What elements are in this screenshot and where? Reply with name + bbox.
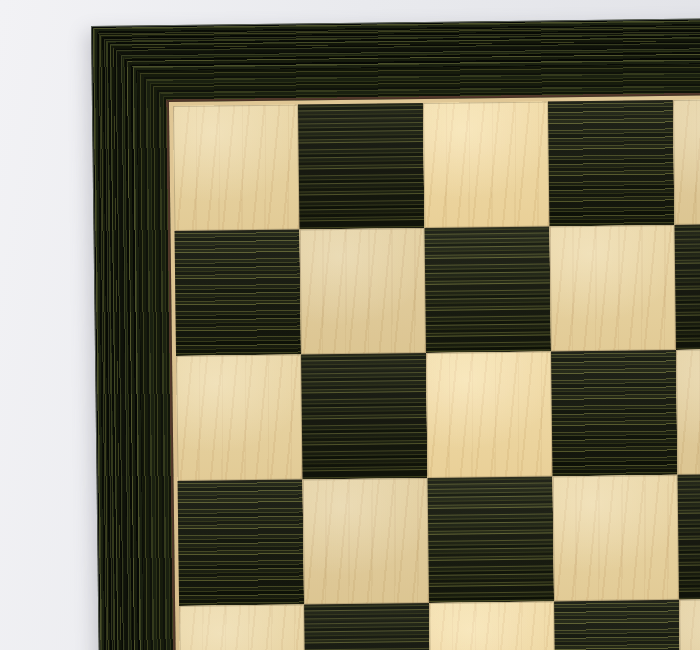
square-a5 (178, 479, 305, 606)
square-d4 (554, 600, 681, 650)
square-c5 (428, 476, 555, 603)
board-fillet (169, 90, 700, 650)
square-b4 (304, 603, 431, 650)
square-e6 (676, 348, 700, 475)
square-c6 (426, 351, 553, 478)
square-b5 (303, 478, 430, 605)
square-d6 (551, 350, 678, 477)
square-e4 (679, 598, 700, 650)
square-e5 (678, 473, 700, 600)
square-c8 (423, 101, 550, 228)
square-b7 (300, 228, 427, 355)
square-d5 (553, 475, 680, 602)
square-a4 (179, 604, 306, 650)
board-grid (173, 94, 700, 650)
square-c4 (429, 601, 556, 650)
square-e8 (673, 98, 700, 225)
chess-board (91, 12, 700, 650)
square-a6 (176, 354, 303, 481)
square-c7 (424, 226, 551, 353)
square-e7 (674, 223, 700, 350)
square-a8 (173, 104, 300, 231)
board-frame-top (91, 12, 700, 103)
square-a7 (175, 229, 302, 356)
square-b6 (301, 353, 428, 480)
square-b8 (298, 103, 425, 230)
square-d7 (549, 225, 676, 352)
square-d8 (548, 100, 675, 227)
photo-backdrop (0, 0, 700, 650)
